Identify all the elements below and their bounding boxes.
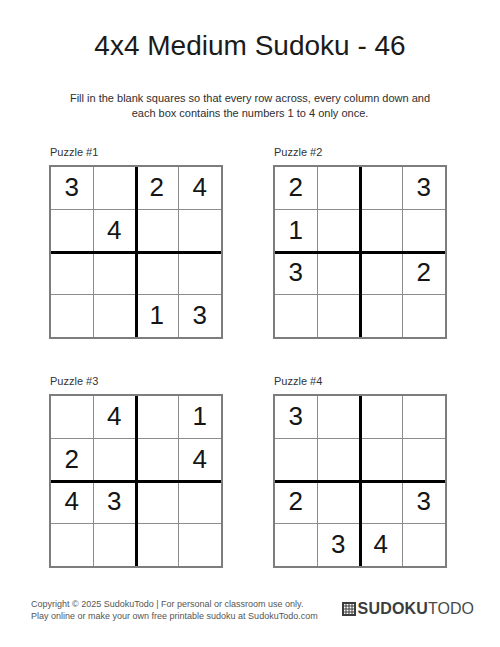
puzzle-2-cell-r4c3[interactable] xyxy=(360,295,403,338)
puzzle-3: Puzzle #3 412443 xyxy=(49,376,223,568)
puzzle-2-cell-r3c1: 3 xyxy=(275,252,318,295)
puzzle-1-cell-r1c2[interactable] xyxy=(94,167,137,210)
puzzle-4-cell-r4c3: 4 xyxy=(360,524,403,567)
puzzle-4-cell-r1c2[interactable] xyxy=(318,396,361,439)
puzzle-3-cell-r4c1[interactable] xyxy=(51,524,94,567)
puzzle-4-cell-r3c1: 2 xyxy=(275,481,318,524)
puzzle-3-cell-r3c4[interactable] xyxy=(179,481,222,524)
puzzle-2-cell-r2c2[interactable] xyxy=(318,210,361,253)
puzzle-1-cell-r2c2: 4 xyxy=(94,210,137,253)
puzzle-4-cell-r2c2[interactable] xyxy=(318,439,361,482)
puzzle-1-cell-r3c4[interactable] xyxy=(179,252,222,295)
puzzle-2-cell-r2c1: 1 xyxy=(275,210,318,253)
puzzle-1-cell-r3c3[interactable] xyxy=(136,252,179,295)
puzzle-2-cell-r4c2[interactable] xyxy=(318,295,361,338)
puzzle-1-cell-r2c1[interactable] xyxy=(51,210,94,253)
puzzle-4-cell-r1c1: 3 xyxy=(275,396,318,439)
puzzle-2-cell-r3c4: 2 xyxy=(403,252,446,295)
puzzle-3-cell-r3c3[interactable] xyxy=(136,481,179,524)
sudokutodo-logo: SUDOKUTODO xyxy=(342,600,474,618)
footer-copyright: Copyright © 2025 SudokuTodo | For person… xyxy=(31,598,318,622)
puzzle-3-cell-r4c2[interactable] xyxy=(94,524,137,567)
puzzle-1-label: Puzzle #1 xyxy=(50,147,223,158)
puzzle-4-cell-r3c3[interactable] xyxy=(360,481,403,524)
puzzle-3-cell-r4c3[interactable] xyxy=(136,524,179,567)
puzzle-4-cell-r2c1[interactable] xyxy=(275,439,318,482)
logo-text-sudoku: SUDOKU xyxy=(358,600,429,618)
footer: Copyright © 2025 SudokuTodo | For person… xyxy=(31,598,474,622)
puzzle-2-cell-r2c3[interactable] xyxy=(360,210,403,253)
puzzle-3-cell-r1c1[interactable] xyxy=(51,396,94,439)
puzzle-2-cell-r3c3[interactable] xyxy=(360,252,403,295)
puzzle-3-cell-r1c2: 4 xyxy=(94,396,137,439)
puzzle-1-cell-r4c3: 1 xyxy=(136,295,179,338)
page-title: 4x4 Medium Sudoku - 46 xyxy=(0,30,500,62)
instructions-line1: Fill in the blank squares so that every … xyxy=(70,92,430,104)
instructions-line2: each box contains the numbers 1 to 4 onl… xyxy=(132,107,369,119)
puzzle-1-cell-r4c4: 3 xyxy=(179,295,222,338)
puzzle-1-cell-r1c3: 2 xyxy=(136,167,179,210)
puzzle-2-cell-r3c2[interactable] xyxy=(318,252,361,295)
puzzle-2-cell-r1c1: 2 xyxy=(275,167,318,210)
puzzle-3-cell-r2c4: 4 xyxy=(179,439,222,482)
puzzle-2-cell-r1c3[interactable] xyxy=(360,167,403,210)
puzzle-4-cell-r1c3[interactable] xyxy=(360,396,403,439)
puzzle-1-cell-r1c4: 4 xyxy=(179,167,222,210)
puzzle-1-cell-r3c1[interactable] xyxy=(51,252,94,295)
puzzle-3-cell-r2c1: 2 xyxy=(51,439,94,482)
puzzle-4-cell-r2c3[interactable] xyxy=(360,439,403,482)
puzzle-4-cell-r4c2: 3 xyxy=(318,524,361,567)
footer-copyright-line1: Copyright © 2025 SudokuTodo | For person… xyxy=(31,598,318,610)
page: 4x4 Medium Sudoku - 46 Fill in the blank… xyxy=(0,0,500,647)
puzzle-4-grid: 32334 xyxy=(273,394,447,568)
puzzle-1-cell-r4c1[interactable] xyxy=(51,295,94,338)
instructions: Fill in the blank squares so that every … xyxy=(0,91,500,120)
box-separator-horizontal xyxy=(275,251,445,254)
puzzle-1-cell-r3c2[interactable] xyxy=(94,252,137,295)
puzzle-4-cell-r4c4[interactable] xyxy=(403,524,446,567)
puzzle-1: Puzzle #1 324413 xyxy=(49,147,223,339)
puzzle-1-cell-r1c1: 3 xyxy=(51,167,94,210)
puzzle-4-label: Puzzle #4 xyxy=(274,376,447,387)
box-separator-horizontal xyxy=(51,480,221,483)
puzzle-3-cell-r3c2: 3 xyxy=(94,481,137,524)
puzzle-4-cell-r3c2[interactable] xyxy=(318,481,361,524)
puzzle-3-grid: 412443 xyxy=(49,394,223,568)
puzzle-2-label: Puzzle #2 xyxy=(274,147,447,158)
puzzle-3-cell-r2c2[interactable] xyxy=(94,439,137,482)
puzzle-1-cell-r2c3[interactable] xyxy=(136,210,179,253)
puzzle-4: Puzzle #4 32334 xyxy=(273,376,447,568)
puzzle-4-cell-r4c1[interactable] xyxy=(275,524,318,567)
puzzle-2: Puzzle #2 23132 xyxy=(273,147,447,339)
puzzle-2-cell-r1c2[interactable] xyxy=(318,167,361,210)
puzzle-1-grid: 324413 xyxy=(49,165,223,339)
puzzle-3-cell-r4c4[interactable] xyxy=(179,524,222,567)
puzzle-3-cell-r1c4: 1 xyxy=(179,396,222,439)
puzzle-3-cell-r1c3[interactable] xyxy=(136,396,179,439)
puzzle-3-cell-r3c1: 4 xyxy=(51,481,94,524)
puzzle-1-cell-r4c2[interactable] xyxy=(94,295,137,338)
puzzle-4-cell-r3c4: 3 xyxy=(403,481,446,524)
puzzle-area: Puzzle #1 324413 Puzzle #2 23132 Puzzle … xyxy=(49,147,447,568)
logo-text-todo: TODO xyxy=(428,600,474,618)
box-separator-horizontal xyxy=(275,480,445,483)
puzzle-4-cell-r2c4[interactable] xyxy=(403,439,446,482)
box-separator-horizontal xyxy=(51,251,221,254)
sudoku-grid-icon xyxy=(342,602,358,616)
puzzle-4-cell-r1c4[interactable] xyxy=(403,396,446,439)
footer-copyright-line2: Play online or make your own free printa… xyxy=(31,610,318,622)
puzzle-3-cell-r2c3[interactable] xyxy=(136,439,179,482)
puzzle-2-cell-r4c1[interactable] xyxy=(275,295,318,338)
puzzle-2-cell-r1c4: 3 xyxy=(403,167,446,210)
puzzle-2-grid: 23132 xyxy=(273,165,447,339)
puzzle-3-label: Puzzle #3 xyxy=(50,376,223,387)
puzzle-2-cell-r2c4[interactable] xyxy=(403,210,446,253)
puzzle-1-cell-r2c4[interactable] xyxy=(179,210,222,253)
puzzle-2-cell-r4c4[interactable] xyxy=(403,295,446,338)
